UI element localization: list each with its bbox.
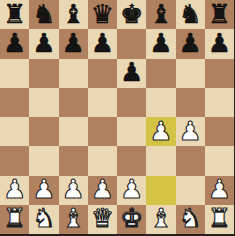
square-e6[interactable]: ♟ [117,59,146,88]
square-b7[interactable]: ♟ [29,29,58,58]
piece-black-knight[interactable]: ♞ [178,1,201,27]
square-h7[interactable]: ♟ [205,29,234,58]
square-c8[interactable]: ♝ [59,0,88,29]
square-g4[interactable]: ♟ [176,117,205,146]
square-a7[interactable]: ♟ [0,29,29,58]
piece-white-pawn[interactable]: ♟ [91,176,114,202]
square-b5[interactable] [29,88,58,117]
chess-board: ♜♞♝♛♚♝♞♜♟♟♟♟♟♟♟♟♟♟♟♟♟♟♟♟♜♞♝♛♚♝♞♜ [0,0,234,234]
piece-white-bishop[interactable]: ♝ [61,205,84,231]
piece-black-pawn[interactable]: ♟ [32,30,55,56]
piece-black-king[interactable]: ♚ [120,1,143,27]
piece-black-knight[interactable]: ♞ [32,1,55,27]
square-h5[interactable] [205,88,234,117]
square-f6[interactable] [146,59,175,88]
square-d2[interactable]: ♟ [88,176,117,205]
square-g6[interactable] [176,59,205,88]
square-f2[interactable] [146,176,175,205]
square-e3[interactable] [117,146,146,175]
square-d6[interactable] [88,59,117,88]
piece-white-rook[interactable]: ♜ [3,205,26,231]
square-f1[interactable]: ♝ [146,205,175,234]
piece-black-pawn[interactable]: ♟ [91,30,114,56]
square-d3[interactable] [88,146,117,175]
square-h3[interactable] [205,146,234,175]
square-e4[interactable] [117,117,146,146]
square-h2[interactable]: ♟ [205,176,234,205]
piece-white-queen[interactable]: ♛ [91,205,114,231]
piece-black-pawn[interactable]: ♟ [120,59,143,85]
piece-white-pawn[interactable]: ♟ [3,176,26,202]
square-b2[interactable]: ♟ [29,176,58,205]
square-e1[interactable]: ♚ [117,205,146,234]
square-b3[interactable] [29,146,58,175]
piece-white-pawn[interactable]: ♟ [32,176,55,202]
piece-white-bishop[interactable]: ♝ [149,205,172,231]
piece-black-pawn[interactable]: ♟ [208,30,231,56]
square-a2[interactable]: ♟ [0,176,29,205]
square-b4[interactable] [29,117,58,146]
piece-white-pawn[interactable]: ♟ [149,118,172,144]
square-c2[interactable]: ♟ [59,176,88,205]
square-a1[interactable]: ♜ [0,205,29,234]
piece-white-pawn[interactable]: ♟ [61,176,84,202]
piece-white-knight[interactable]: ♞ [178,205,201,231]
chess-app-background: ♜♞♝♛♚♝♞♜♟♟♟♟♟♟♟♟♟♟♟♟♟♟♟♟♜♞♝♛♚♝♞♜ [0,0,235,236]
piece-black-rook[interactable]: ♜ [3,1,26,27]
square-f5[interactable] [146,88,175,117]
square-d8[interactable]: ♛ [88,0,117,29]
square-c4[interactable] [59,117,88,146]
square-e5[interactable] [117,88,146,117]
square-h8[interactable]: ♜ [205,0,234,29]
square-g8[interactable]: ♞ [176,0,205,29]
piece-black-rook[interactable]: ♜ [208,1,231,27]
piece-black-queen[interactable]: ♛ [91,1,114,27]
square-e8[interactable]: ♚ [117,0,146,29]
square-a3[interactable] [0,146,29,175]
square-g2[interactable] [176,176,205,205]
square-c6[interactable] [59,59,88,88]
piece-black-pawn[interactable]: ♟ [61,30,84,56]
square-b6[interactable] [29,59,58,88]
piece-white-knight[interactable]: ♞ [32,205,55,231]
square-d5[interactable] [88,88,117,117]
square-g1[interactable]: ♞ [176,205,205,234]
piece-white-pawn[interactable]: ♟ [208,176,231,202]
square-a5[interactable] [0,88,29,117]
square-h6[interactable] [205,59,234,88]
square-e2[interactable]: ♟ [117,176,146,205]
piece-white-pawn[interactable]: ♟ [178,118,201,144]
square-h1[interactable]: ♜ [205,205,234,234]
square-a8[interactable]: ♜ [0,0,29,29]
square-d1[interactable]: ♛ [88,205,117,234]
square-f7[interactable]: ♟ [146,29,175,58]
square-b1[interactable]: ♞ [29,205,58,234]
piece-black-bishop[interactable]: ♝ [149,1,172,27]
square-e7[interactable] [117,29,146,58]
square-a6[interactable] [0,59,29,88]
piece-black-pawn[interactable]: ♟ [3,30,26,56]
square-g5[interactable] [176,88,205,117]
square-c5[interactable] [59,88,88,117]
square-f8[interactable]: ♝ [146,0,175,29]
piece-black-pawn[interactable]: ♟ [178,30,201,56]
square-f4[interactable]: ♟ [146,117,175,146]
square-c1[interactable]: ♝ [59,205,88,234]
piece-black-bishop[interactable]: ♝ [61,1,84,27]
square-d4[interactable] [88,117,117,146]
piece-white-king[interactable]: ♚ [120,205,143,231]
square-g3[interactable] [176,146,205,175]
square-b8[interactable]: ♞ [29,0,58,29]
square-a4[interactable] [0,117,29,146]
piece-white-pawn[interactable]: ♟ [120,176,143,202]
square-f3[interactable] [146,146,175,175]
square-c7[interactable]: ♟ [59,29,88,58]
square-g7[interactable]: ♟ [176,29,205,58]
square-c3[interactable] [59,146,88,175]
square-h4[interactable] [205,117,234,146]
square-d7[interactable]: ♟ [88,29,117,58]
piece-white-rook[interactable]: ♜ [208,205,231,231]
piece-black-pawn[interactable]: ♟ [149,30,172,56]
